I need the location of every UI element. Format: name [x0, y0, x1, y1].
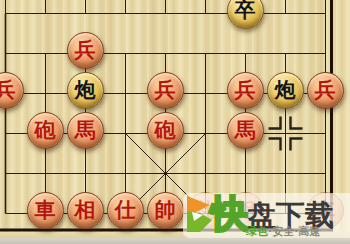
black-cannon[interactable]: 炮 — [267, 72, 304, 109]
red-chariot[interactable]: 車 — [27, 192, 64, 229]
red-soldier[interactable]: 兵 — [147, 72, 184, 109]
red-cannon[interactable]: 砲 — [147, 112, 184, 149]
red-horse[interactable]: 馬 — [67, 112, 104, 149]
red-soldier[interactable]: 兵 — [67, 32, 104, 69]
red-advisor[interactable]: 仕 — [107, 192, 144, 229]
xiangqi-board[interactable]: 仕相車卒兵兵炮兵兵炮兵砲馬砲馬車相仕帥 快 盘下载 绿色·安全·高速 — [0, 0, 350, 244]
black-cannon[interactable]: 炮 — [67, 72, 104, 109]
red-general[interactable]: 帥 — [147, 192, 184, 229]
kuaipan-watermark: 快 盘下载 绿色·安全·高速 — [183, 193, 350, 238]
watermark-tagline-green: 绿色 — [246, 225, 268, 238]
red-soldier[interactable]: 兵 — [227, 72, 264, 109]
red-cannon[interactable]: 砲 — [27, 112, 64, 149]
watermark-tagline: 绿色·安全·高速 — [246, 224, 320, 239]
red-elephant[interactable]: 相 — [67, 192, 104, 229]
red-soldier[interactable]: 兵 — [307, 72, 344, 109]
red-horse[interactable]: 馬 — [227, 112, 264, 149]
kuaipan-logo-icon — [186, 195, 214, 233]
watermark-tagline-rest: ·安全·高速 — [268, 225, 320, 238]
watermark-brand-green: 快 — [211, 189, 248, 239]
